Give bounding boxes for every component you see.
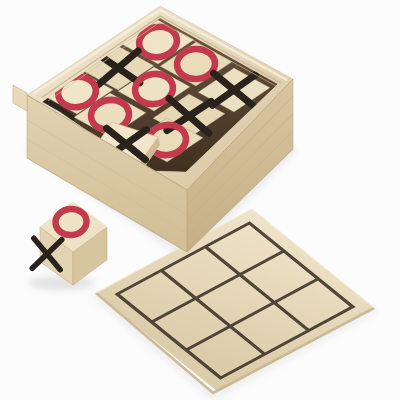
scene-svg	[0, 0, 400, 400]
game-board	[96, 209, 374, 393]
loose-cube	[32, 202, 107, 285]
lid-slide-rail	[13, 85, 27, 111]
loose-cube-shadow	[29, 276, 95, 290]
product-photo	[0, 0, 400, 400]
board-cells	[117, 223, 353, 378]
